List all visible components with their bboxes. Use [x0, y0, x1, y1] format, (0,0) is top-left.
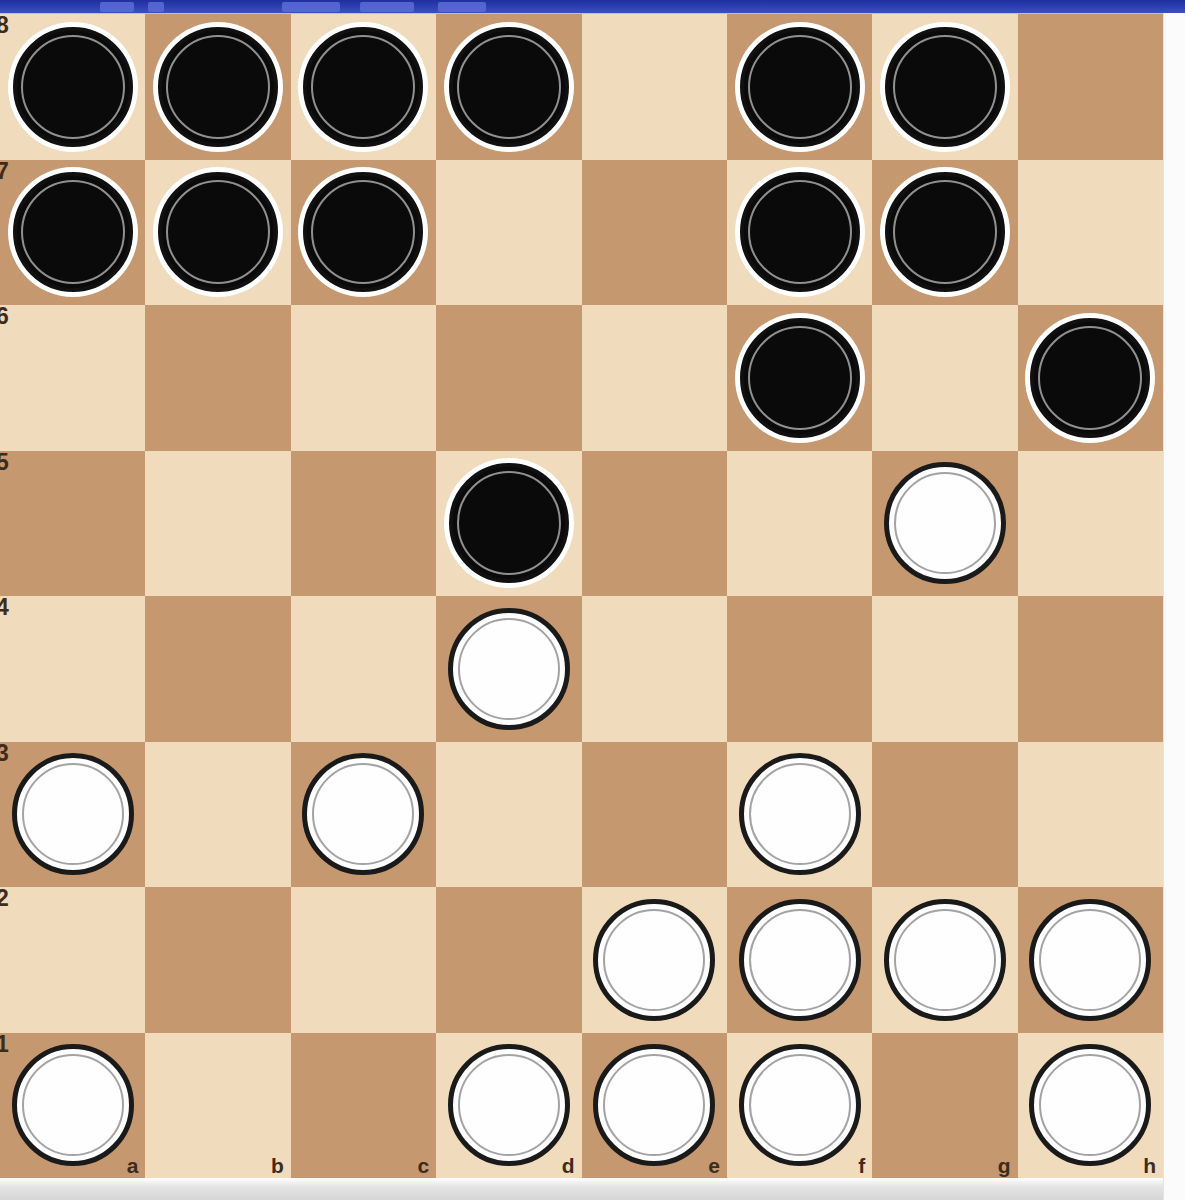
square-c6[interactable]	[291, 305, 436, 451]
app-screen: 87654321abcdefgh	[0, 0, 1185, 1200]
toolbar-icon-remnant	[360, 2, 414, 12]
black-piece-g8[interactable]	[885, 27, 1005, 147]
square-f4[interactable]	[727, 596, 872, 742]
square-h3[interactable]	[1018, 742, 1163, 888]
bottom-scrollbar-strip[interactable]	[0, 1178, 1163, 1200]
square-c7[interactable]	[291, 160, 436, 306]
square-c8[interactable]	[291, 14, 436, 160]
square-f1[interactable]: f	[727, 1033, 872, 1179]
square-b8[interactable]	[145, 14, 290, 160]
black-piece-f7[interactable]	[740, 172, 860, 292]
square-h8[interactable]	[1018, 14, 1163, 160]
rank-label-8: 8	[0, 14, 9, 37]
square-g5[interactable]	[872, 451, 1017, 597]
square-g6[interactable]	[872, 305, 1017, 451]
square-a3[interactable]: 3	[0, 742, 145, 888]
square-g1[interactable]: g	[872, 1033, 1017, 1179]
square-g2[interactable]	[872, 887, 1017, 1033]
square-g7[interactable]	[872, 160, 1017, 306]
white-piece-f3[interactable]	[739, 753, 861, 875]
square-e2[interactable]	[582, 887, 727, 1033]
white-piece-f1[interactable]	[739, 1044, 861, 1166]
square-a2[interactable]: 2	[0, 887, 145, 1033]
square-c1[interactable]: c	[291, 1033, 436, 1179]
square-h2[interactable]	[1018, 887, 1163, 1033]
square-a8[interactable]: 8	[0, 14, 145, 160]
rank-label-4: 4	[0, 596, 9, 619]
square-d7[interactable]	[436, 160, 581, 306]
black-piece-b7[interactable]	[158, 172, 278, 292]
square-d6[interactable]	[436, 305, 581, 451]
black-piece-b8[interactable]	[158, 27, 278, 147]
black-piece-c8[interactable]	[303, 27, 423, 147]
white-piece-g5[interactable]	[884, 462, 1006, 584]
file-label-f: f	[858, 1155, 865, 1176]
square-b4[interactable]	[145, 596, 290, 742]
white-piece-a3[interactable]	[12, 753, 134, 875]
toolbar-icon-remnant	[438, 2, 486, 12]
black-piece-c7[interactable]	[303, 172, 423, 292]
white-piece-a1[interactable]	[12, 1044, 134, 1166]
white-piece-d4[interactable]	[448, 608, 570, 730]
square-e1[interactable]: e	[582, 1033, 727, 1179]
rank-label-7: 7	[0, 160, 9, 183]
square-h1[interactable]: h	[1018, 1033, 1163, 1179]
square-a5[interactable]: 5	[0, 451, 145, 597]
square-f3[interactable]	[727, 742, 872, 888]
square-b5[interactable]	[145, 451, 290, 597]
black-piece-h6[interactable]	[1030, 318, 1150, 438]
square-c5[interactable]	[291, 451, 436, 597]
square-c2[interactable]	[291, 887, 436, 1033]
file-label-h: h	[1143, 1155, 1156, 1176]
black-piece-d5[interactable]	[449, 463, 569, 583]
rank-label-2: 2	[0, 887, 9, 910]
square-b7[interactable]	[145, 160, 290, 306]
square-c4[interactable]	[291, 596, 436, 742]
white-piece-g2[interactable]	[884, 899, 1006, 1021]
square-e6[interactable]	[582, 305, 727, 451]
file-label-c: c	[417, 1155, 429, 1176]
square-h6[interactable]	[1018, 305, 1163, 451]
square-e3[interactable]	[582, 742, 727, 888]
white-piece-f2[interactable]	[739, 899, 861, 1021]
black-piece-f6[interactable]	[740, 318, 860, 438]
file-label-g: g	[998, 1155, 1011, 1176]
black-piece-f8[interactable]	[740, 27, 860, 147]
right-scrollbar-strip[interactable]	[1163, 13, 1185, 1200]
square-f7[interactable]	[727, 160, 872, 306]
square-a1[interactable]: 1a	[0, 1033, 145, 1179]
square-h5[interactable]	[1018, 451, 1163, 597]
file-label-d: d	[562, 1155, 575, 1176]
square-a7[interactable]: 7	[0, 160, 145, 306]
toolbar-icon-remnant	[282, 2, 340, 12]
rank-label-5: 5	[0, 451, 9, 474]
square-b1[interactable]: b	[145, 1033, 290, 1179]
square-b3[interactable]	[145, 742, 290, 888]
checkers-board: 87654321abcdefgh	[0, 13, 1163, 1178]
rank-label-3: 3	[0, 742, 9, 765]
file-label-b: b	[271, 1155, 284, 1176]
square-h4[interactable]	[1018, 596, 1163, 742]
black-piece-d8[interactable]	[449, 27, 569, 147]
file-label-a: a	[127, 1155, 139, 1176]
square-e4[interactable]	[582, 596, 727, 742]
file-label-e: e	[708, 1155, 720, 1176]
browser-toolbar-remnant	[0, 0, 1185, 13]
toolbar-icon-remnant	[100, 2, 134, 12]
square-f5[interactable]	[727, 451, 872, 597]
toolbar-icon-remnant	[148, 2, 164, 12]
black-piece-a7[interactable]	[13, 172, 133, 292]
square-b2[interactable]	[145, 887, 290, 1033]
square-d5[interactable]	[436, 451, 581, 597]
square-e5[interactable]	[582, 451, 727, 597]
square-f6[interactable]	[727, 305, 872, 451]
square-g8[interactable]	[872, 14, 1017, 160]
white-piece-h1[interactable]	[1029, 1044, 1151, 1166]
square-g3[interactable]	[872, 742, 1017, 888]
rank-label-1: 1	[0, 1033, 9, 1056]
square-e8[interactable]	[582, 14, 727, 160]
square-g4[interactable]	[872, 596, 1017, 742]
square-d3[interactable]	[436, 742, 581, 888]
white-piece-e2[interactable]	[593, 899, 715, 1021]
black-piece-g7[interactable]	[885, 172, 1005, 292]
square-d1[interactable]: d	[436, 1033, 581, 1179]
white-piece-c3[interactable]	[302, 753, 424, 875]
square-f8[interactable]	[727, 14, 872, 160]
square-h7[interactable]	[1018, 160, 1163, 306]
square-d2[interactable]	[436, 887, 581, 1033]
square-b6[interactable]	[145, 305, 290, 451]
black-piece-a8[interactable]	[13, 27, 133, 147]
rank-label-6: 6	[0, 305, 9, 328]
white-piece-d1[interactable]	[448, 1044, 570, 1166]
square-f2[interactable]	[727, 887, 872, 1033]
square-a6[interactable]: 6	[0, 305, 145, 451]
square-a4[interactable]: 4	[0, 596, 145, 742]
square-d4[interactable]	[436, 596, 581, 742]
white-piece-e1[interactable]	[593, 1044, 715, 1166]
square-c3[interactable]	[291, 742, 436, 888]
white-piece-h2[interactable]	[1029, 899, 1151, 1021]
square-e7[interactable]	[582, 160, 727, 306]
square-d8[interactable]	[436, 14, 581, 160]
